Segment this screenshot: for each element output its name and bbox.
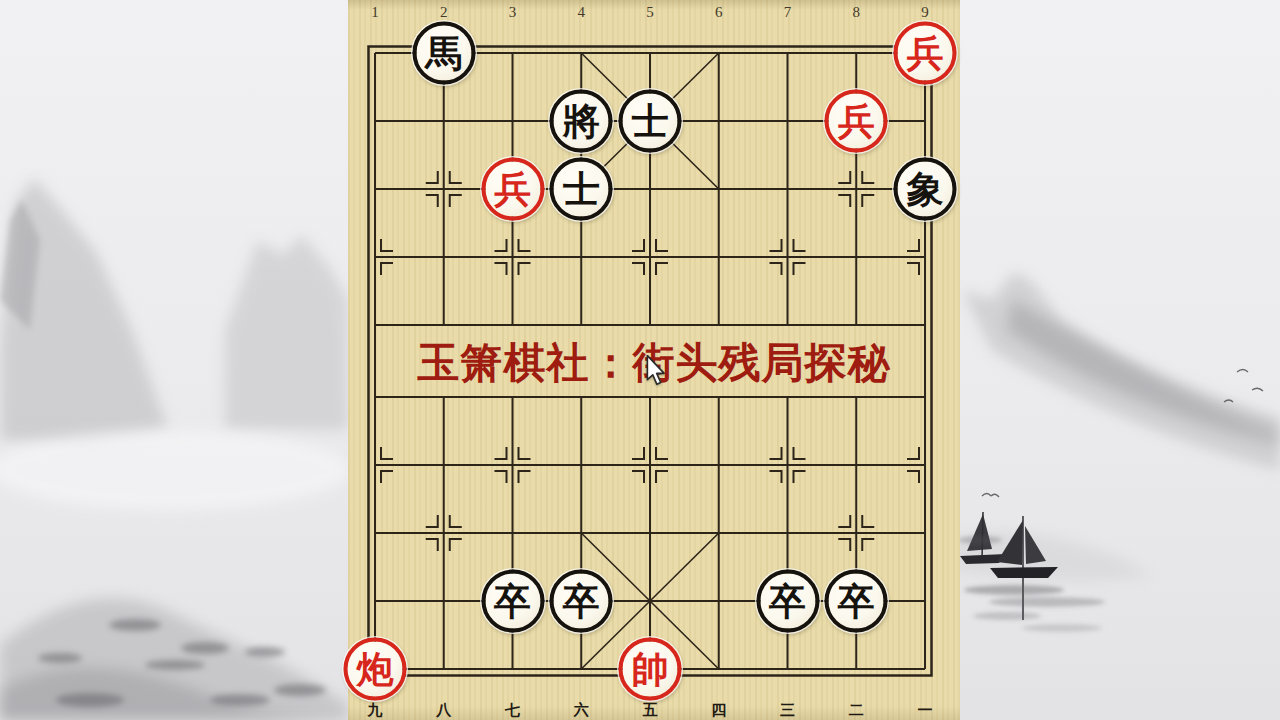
file-label-top-3: 3 xyxy=(509,5,517,20)
piece-black-soldier[interactable]: 卒 xyxy=(481,570,544,633)
piece-black-elephant[interactable]: 象 xyxy=(894,158,957,221)
file-label-bottom-6: 四 xyxy=(711,703,726,718)
piece-black-advisor[interactable]: 士 xyxy=(619,90,682,153)
piece-red-cannon[interactable]: 炮 xyxy=(344,638,407,701)
file-label-bottom-2: 八 xyxy=(436,703,451,718)
file-label-top-8: 8 xyxy=(853,5,861,20)
file-label-top-6: 6 xyxy=(715,5,723,20)
file-label-top-5: 5 xyxy=(646,5,654,20)
ink-wash-mountains-left xyxy=(0,0,348,720)
file-label-bottom-7: 三 xyxy=(780,703,795,718)
piece-red-soldier[interactable]: 兵 xyxy=(481,158,544,221)
piece-black-general[interactable]: 將 xyxy=(550,90,613,153)
piece-red-soldier[interactable]: 兵 xyxy=(894,22,957,85)
file-label-bottom-9: 一 xyxy=(918,703,933,718)
piece-black-advisor[interactable]: 士 xyxy=(550,158,613,221)
piece-red-soldier[interactable]: 兵 xyxy=(825,90,888,153)
piece-black-soldier[interactable]: 卒 xyxy=(756,570,819,633)
file-label-top-9: 9 xyxy=(921,5,929,20)
file-label-bottom-5: 五 xyxy=(643,703,658,718)
piece-black-horse[interactable]: 馬 xyxy=(412,22,475,85)
file-label-top-7: 7 xyxy=(784,5,792,20)
piece-red-general[interactable]: 帥 xyxy=(619,638,682,701)
file-label-bottom-3: 七 xyxy=(505,703,520,718)
ink-wash-seascape-right xyxy=(952,0,1280,720)
piece-black-soldier[interactable]: 卒 xyxy=(550,570,613,633)
file-label-bottom-8: 二 xyxy=(849,703,864,718)
file-label-top-4: 4 xyxy=(578,5,586,20)
file-label-bottom-1: 九 xyxy=(368,703,383,718)
piece-black-soldier[interactable]: 卒 xyxy=(825,570,888,633)
file-label-top-1: 1 xyxy=(371,5,379,20)
mouse-cursor xyxy=(646,355,666,386)
file-label-bottom-4: 六 xyxy=(574,703,589,718)
file-label-top-2: 2 xyxy=(440,5,448,20)
screen: 123456789 九八七六五四三二一 玉箫棋社：街头残局探秘 馬兵將士兵兵士象… xyxy=(0,0,1280,720)
